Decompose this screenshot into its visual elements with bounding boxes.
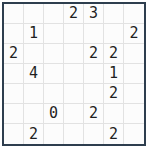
cell-r1c1[interactable]: [4, 4, 24, 24]
cell-r7c4[interactable]: [64, 124, 84, 144]
cell-r7c2-clue: 2: [24, 124, 44, 144]
cell-r4c5[interactable]: [84, 64, 104, 84]
cell-r5c3[interactable]: [44, 84, 64, 104]
puzzle-board: 23122224120222: [4, 4, 144, 144]
cell-r5c1[interactable]: [4, 84, 24, 104]
cell-r2c1[interactable]: [4, 24, 24, 44]
cell-r2c3[interactable]: [44, 24, 64, 44]
cell-r2c7-clue: 2: [124, 24, 144, 44]
cell-r3c7[interactable]: [124, 44, 144, 64]
cell-r6c3-clue: 0: [44, 104, 64, 124]
cell-r1c6[interactable]: [104, 4, 124, 24]
cell-r1c2[interactable]: [24, 4, 44, 24]
cell-r3c2[interactable]: [24, 44, 44, 64]
cell-r4c4[interactable]: [64, 64, 84, 84]
cell-r4c7[interactable]: [124, 64, 144, 84]
cell-r6c7[interactable]: [124, 104, 144, 124]
cell-r7c6-clue: 2: [104, 124, 124, 144]
cell-r4c6-clue: 1: [104, 64, 124, 84]
cell-r4c3[interactable]: [44, 64, 64, 84]
cell-r1c3[interactable]: [44, 4, 64, 24]
cell-r2c4[interactable]: [64, 24, 84, 44]
cell-r1c7[interactable]: [124, 4, 144, 24]
cell-r6c1[interactable]: [4, 104, 24, 124]
cell-r3c4[interactable]: [64, 44, 84, 64]
cell-r2c5[interactable]: [84, 24, 104, 44]
cell-r5c7[interactable]: [124, 84, 144, 104]
cell-r4c1[interactable]: [4, 64, 24, 84]
cell-r7c5[interactable]: [84, 124, 104, 144]
cell-r1c5-clue: 3: [84, 4, 104, 24]
cell-r5c2[interactable]: [24, 84, 44, 104]
cell-r6c5-clue: 2: [84, 104, 104, 124]
cell-r7c7[interactable]: [124, 124, 144, 144]
cell-r3c6-clue: 2: [104, 44, 124, 64]
cell-r6c4[interactable]: [64, 104, 84, 124]
cell-r1c4-clue: 2: [64, 4, 84, 24]
cell-r7c3[interactable]: [44, 124, 64, 144]
cell-r2c2-clue: 1: [24, 24, 44, 44]
puzzle-board-frame: 23122224120222: [2, 2, 146, 146]
cell-r5c5[interactable]: [84, 84, 104, 104]
cell-r5c6-clue: 2: [104, 84, 124, 104]
cell-r5c4[interactable]: [64, 84, 84, 104]
cell-r3c5-clue: 2: [84, 44, 104, 64]
cell-r6c2[interactable]: [24, 104, 44, 124]
cell-r3c3[interactable]: [44, 44, 64, 64]
cell-r4c2-clue: 4: [24, 64, 44, 84]
cell-r6c6[interactable]: [104, 104, 124, 124]
cell-r2c6[interactable]: [104, 24, 124, 44]
cell-r7c1[interactable]: [4, 124, 24, 144]
cell-r3c1-clue: 2: [4, 44, 24, 64]
